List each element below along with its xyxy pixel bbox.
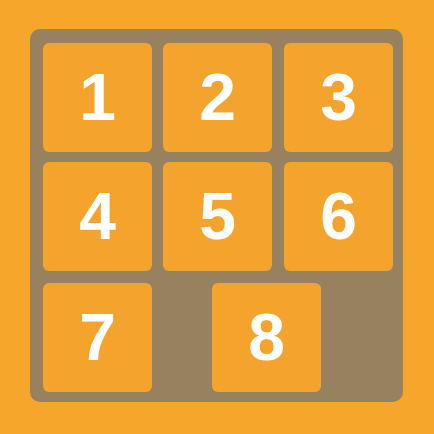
tile-6[interactable]: 6 <box>284 162 393 271</box>
tile-1[interactable]: 1 <box>43 43 152 152</box>
tile-4[interactable]: 4 <box>43 162 152 271</box>
tile-3[interactable]: 3 <box>284 43 393 152</box>
tile-8[interactable]: 8 <box>212 283 321 392</box>
tile-label: 8 <box>248 304 285 372</box>
tile-5[interactable]: 5 <box>163 162 272 271</box>
tile-label: 2 <box>199 64 236 132</box>
tile-label: 1 <box>79 64 116 132</box>
tile-label: 4 <box>79 183 116 251</box>
tile-label: 5 <box>199 183 236 251</box>
tile-label: 3 <box>320 64 357 132</box>
puzzle-board: 12345678 <box>30 29 403 402</box>
tile-7[interactable]: 7 <box>43 283 152 392</box>
tile-label: 7 <box>79 304 116 372</box>
tile-2[interactable]: 2 <box>163 43 272 152</box>
tile-label: 6 <box>320 183 357 251</box>
